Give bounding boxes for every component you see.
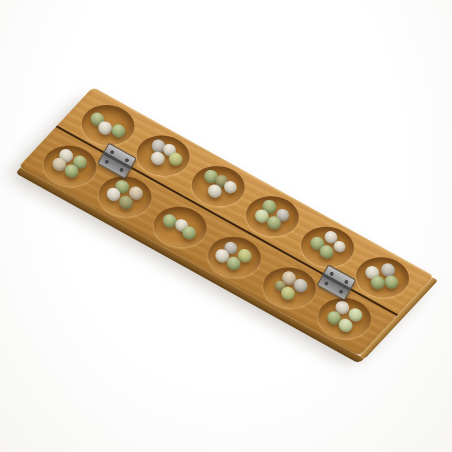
photo-canvas: [0, 0, 452, 452]
mancala-board: [18, 87, 434, 356]
stone-green: [109, 121, 128, 139]
